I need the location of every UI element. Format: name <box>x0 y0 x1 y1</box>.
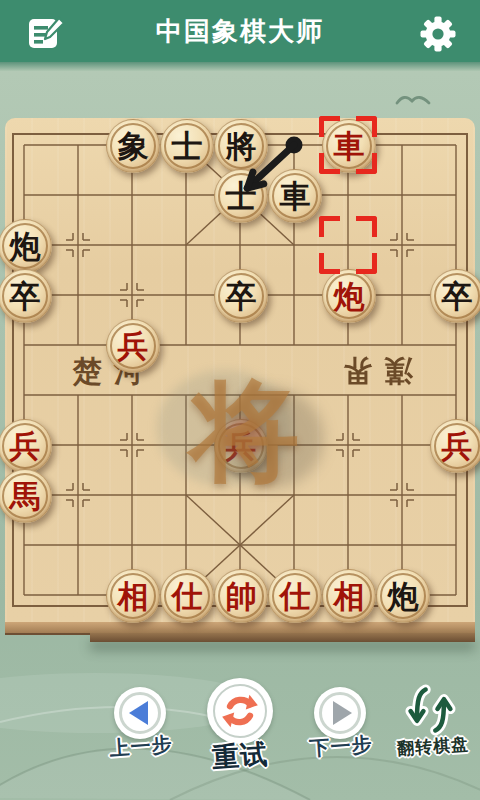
piece-black-炮[interactable]: 炮 <box>0 219 52 273</box>
piece-glyph: 卒 <box>226 281 257 312</box>
piece-glyph: 兵 <box>10 431 41 462</box>
piece-black-車[interactable]: 車 <box>268 169 322 223</box>
piece-red-馬[interactable]: 馬 <box>0 469 52 523</box>
piece-red-相[interactable]: 相 <box>106 569 160 623</box>
piece-glyph: 炮 <box>388 581 419 612</box>
piece-glyph: 車 <box>280 181 311 212</box>
piece-red-相[interactable]: 相 <box>322 569 376 623</box>
piece-glyph: 馬 <box>10 481 41 512</box>
piece-red-車[interactable]: 車 <box>322 119 376 173</box>
piece-black-卒[interactable]: 卒 <box>214 269 268 323</box>
piece-red-炮[interactable]: 炮 <box>322 269 376 323</box>
piece-glyph: 象 <box>118 131 149 162</box>
button-ring <box>213 684 267 738</box>
piece-glyph: 兵 <box>226 431 257 462</box>
piece-red-兵[interactable]: 兵 <box>0 419 52 473</box>
bird-mark <box>393 90 435 110</box>
edit-note-icon[interactable] <box>26 14 66 54</box>
prev-step-label: 上一步 <box>95 730 187 763</box>
piece-glyph: 帥 <box>226 581 257 612</box>
settings-gear-icon[interactable] <box>418 14 458 54</box>
retry-button[interactable] <box>207 678 273 744</box>
button-ring <box>119 692 161 734</box>
board-edge-step <box>90 633 475 642</box>
header-shadow <box>0 62 480 71</box>
piece-glyph: 車 <box>334 131 365 162</box>
river-label-right: 漢界 <box>312 350 432 390</box>
retry-label: 重试 <box>194 735 286 777</box>
piece-red-兵[interactable]: 兵 <box>106 319 160 373</box>
piece-glyph: 相 <box>118 581 149 612</box>
piece-glyph: 炮 <box>10 231 41 262</box>
piece-red-帥[interactable]: 帥 <box>214 569 268 623</box>
page-title: 中国象棋大师 <box>0 0 480 62</box>
flip-board-button[interactable] <box>403 682 459 738</box>
piece-glyph: 仕 <box>172 581 203 612</box>
piece-glyph: 士 <box>226 181 257 212</box>
piece-glyph: 兵 <box>442 431 473 462</box>
piece-glyph: 卒 <box>10 281 41 312</box>
app-screen: 中国象棋大师 楚河 漢界 象士將車士車炮卒卒炮卒兵兵兵兵馬相仕帥仕相炮 将 <box>0 0 480 800</box>
piece-glyph: 卒 <box>442 281 473 312</box>
piece-black-士[interactable]: 士 <box>214 169 268 223</box>
piece-black-卒[interactable]: 卒 <box>430 269 480 323</box>
next-step-label: 下一步 <box>295 730 387 763</box>
piece-black-炮[interactable]: 炮 <box>376 569 430 623</box>
piece-black-將[interactable]: 將 <box>214 119 268 173</box>
piece-glyph: 炮 <box>334 281 365 312</box>
piece-red-兵[interactable]: 兵 <box>214 419 268 473</box>
piece-glyph: 士 <box>172 131 203 162</box>
button-ring <box>319 692 361 734</box>
piece-glyph: 仕 <box>280 581 311 612</box>
flip-board-label: 翻转棋盘 <box>384 732 480 762</box>
piece-black-卒[interactable]: 卒 <box>0 269 52 323</box>
piece-glyph: 相 <box>334 581 365 612</box>
piece-red-兵[interactable]: 兵 <box>430 419 480 473</box>
piece-red-仕[interactable]: 仕 <box>268 569 322 623</box>
piece-glyph: 兵 <box>118 331 149 362</box>
piece-glyph: 將 <box>226 131 257 162</box>
piece-black-士[interactable]: 士 <box>160 119 214 173</box>
piece-red-仕[interactable]: 仕 <box>160 569 214 623</box>
piece-black-象[interactable]: 象 <box>106 119 160 173</box>
